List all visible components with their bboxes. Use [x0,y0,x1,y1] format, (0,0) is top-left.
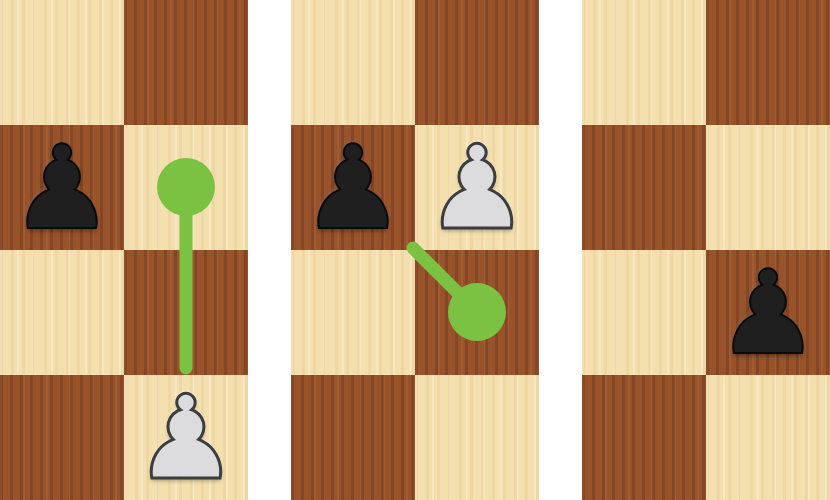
square [415,0,539,125]
board-fragment-3: ♟ [582,0,830,500]
square [706,375,830,500]
black-pawn: ♟ [706,250,830,375]
square [706,0,830,125]
square [415,375,539,500]
square [582,0,706,125]
square [124,125,248,250]
board-fragment-2: ♟ ♟ [291,0,539,500]
square [582,250,706,375]
square [124,0,248,125]
square [291,375,415,500]
board-fragment-1: ♟ ♟ [0,0,248,500]
square [582,125,706,250]
square [0,375,124,500]
white-pawn: ♟ [124,375,248,500]
white-pawn: ♟ [415,125,539,250]
square [706,125,830,250]
square [415,250,539,375]
square [582,375,706,500]
square [291,250,415,375]
square [124,250,248,375]
square [0,250,124,375]
square [291,0,415,125]
black-pawn: ♟ [291,125,415,250]
square [0,0,124,125]
black-pawn: ♟ [0,125,124,250]
board-fragments-strip: ♟ ♟ ♟ ♟ [0,0,830,500]
